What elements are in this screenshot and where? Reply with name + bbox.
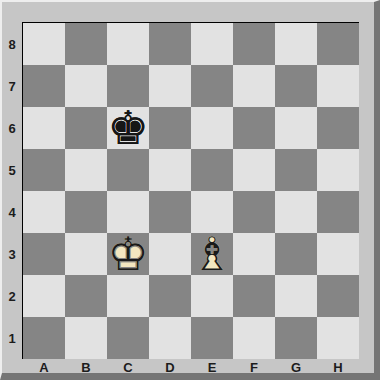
square-g4[interactable] — [275, 191, 317, 233]
square-h8[interactable] — [317, 23, 359, 65]
file-label-g: G — [275, 359, 317, 376]
square-h4[interactable] — [317, 191, 359, 233]
square-f3[interactable] — [233, 233, 275, 275]
square-a5[interactable] — [23, 149, 65, 191]
square-b6[interactable] — [65, 107, 107, 149]
square-d4[interactable] — [149, 191, 191, 233]
file-label-h: H — [317, 359, 359, 376]
square-c2[interactable] — [107, 275, 149, 317]
square-a7[interactable] — [23, 65, 65, 107]
square-g6[interactable] — [275, 107, 317, 149]
square-b4[interactable] — [65, 191, 107, 233]
square-g2[interactable] — [275, 275, 317, 317]
square-g8[interactable] — [275, 23, 317, 65]
square-d1[interactable] — [149, 317, 191, 359]
white-king: ♚♔ — [107, 233, 149, 275]
file-label-c: C — [107, 359, 149, 376]
rank-label-8: 8 — [2, 23, 22, 65]
square-f2[interactable] — [233, 275, 275, 317]
black-king: ♚♚ — [107, 107, 149, 149]
square-f4[interactable] — [233, 191, 275, 233]
square-b5[interactable] — [65, 149, 107, 191]
square-c8[interactable] — [107, 23, 149, 65]
file-label-a: A — [23, 359, 65, 376]
square-h7[interactable] — [317, 65, 359, 107]
square-a2[interactable] — [23, 275, 65, 317]
square-d5[interactable] — [149, 149, 191, 191]
rank-label-1: 1 — [2, 317, 22, 359]
square-f8[interactable] — [233, 23, 275, 65]
white-king-outline-glyph: ♔ — [107, 233, 149, 275]
square-d6[interactable] — [149, 107, 191, 149]
square-f5[interactable] — [233, 149, 275, 191]
square-a1[interactable] — [23, 317, 65, 359]
square-a8[interactable] — [23, 23, 65, 65]
square-e6[interactable] — [191, 107, 233, 149]
square-f1[interactable] — [233, 317, 275, 359]
white-bishop-outline-glyph: ♗ — [191, 233, 233, 275]
black-king-outline-glyph: ♚ — [107, 107, 149, 149]
rank-label-4: 4 — [2, 191, 22, 233]
square-b2[interactable] — [65, 275, 107, 317]
square-e2[interactable] — [191, 275, 233, 317]
square-g1[interactable] — [275, 317, 317, 359]
square-b7[interactable] — [65, 65, 107, 107]
square-d8[interactable] — [149, 23, 191, 65]
square-b8[interactable] — [65, 23, 107, 65]
square-g3[interactable] — [275, 233, 317, 275]
rank-label-6: 6 — [2, 107, 22, 149]
rank-label-2: 2 — [2, 275, 22, 317]
square-a3[interactable] — [23, 233, 65, 275]
square-h5[interactable] — [317, 149, 359, 191]
white-bishop: ♝♗ — [191, 233, 233, 275]
square-h1[interactable] — [317, 317, 359, 359]
square-e7[interactable] — [191, 65, 233, 107]
square-g5[interactable] — [275, 149, 317, 191]
chess-diagram-frame: 87654321 ABCDEFGH ♚♚♚♔♝♗ — [0, 0, 380, 380]
rank-label-7: 7 — [2, 65, 22, 107]
square-d2[interactable] — [149, 275, 191, 317]
square-f6[interactable] — [233, 107, 275, 149]
square-e5[interactable] — [191, 149, 233, 191]
square-d3[interactable] — [149, 233, 191, 275]
square-b3[interactable] — [65, 233, 107, 275]
square-e1[interactable] — [191, 317, 233, 359]
square-e3[interactable]: ♝♗ — [191, 233, 233, 275]
board-area: ♚♚♚♔♝♗ — [22, 22, 359, 359]
square-d7[interactable] — [149, 65, 191, 107]
file-label-f: F — [233, 359, 275, 376]
rank-labels: 87654321 — [2, 23, 22, 359]
square-c5[interactable] — [107, 149, 149, 191]
file-label-b: B — [65, 359, 107, 376]
chess-board: ♚♚♚♔♝♗ — [23, 23, 359, 359]
square-a6[interactable] — [23, 107, 65, 149]
square-h3[interactable] — [317, 233, 359, 275]
square-b1[interactable] — [65, 317, 107, 359]
square-g7[interactable] — [275, 65, 317, 107]
file-labels: ABCDEFGH — [23, 359, 359, 376]
square-h2[interactable] — [317, 275, 359, 317]
rank-label-3: 3 — [2, 233, 22, 275]
file-label-e: E — [191, 359, 233, 376]
square-f7[interactable] — [233, 65, 275, 107]
square-c6[interactable]: ♚♚ — [107, 107, 149, 149]
square-e8[interactable] — [191, 23, 233, 65]
rank-label-5: 5 — [2, 149, 22, 191]
file-label-d: D — [149, 359, 191, 376]
square-c1[interactable] — [107, 317, 149, 359]
square-a4[interactable] — [23, 191, 65, 233]
square-c3[interactable]: ♚♔ — [107, 233, 149, 275]
square-h6[interactable] — [317, 107, 359, 149]
